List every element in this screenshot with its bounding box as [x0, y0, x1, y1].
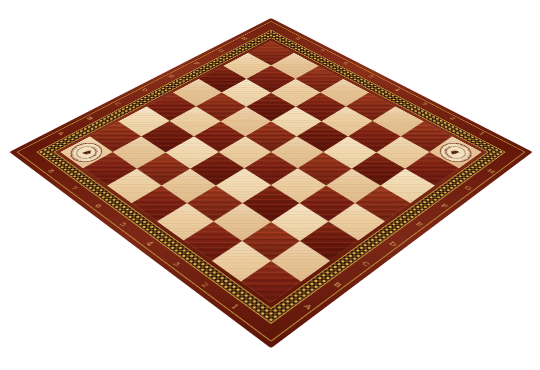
coordinate-label: E — [414, 221, 424, 228]
coordinate-label: B — [332, 281, 343, 289]
coordinate-label: 1 — [229, 303, 240, 311]
knight-icon: ♞ — [80, 149, 94, 155]
coordinate-label: C — [360, 260, 371, 268]
coordinate-label: D — [140, 87, 150, 92]
coordinate-label: 8 — [294, 36, 302, 40]
coordinate-label: 5 — [118, 221, 128, 228]
chess-board: 12345678 12345678 ABCDEFGH ABCDEFGH THE … — [9, 18, 532, 348]
coordinate-label: F — [439, 203, 449, 210]
coordinate-label: 6 — [342, 61, 350, 66]
staunton-logo: THE HOUSE OF STAUNTON ♞ — [67, 142, 106, 163]
coordinate-label: 6 — [93, 203, 103, 209]
coordinate-label: 8 — [46, 168, 56, 174]
playing-field: THE HOUSE OF STAUNTON ♞ THE HOUSE OF — [60, 41, 481, 304]
coordinate-label: D — [387, 240, 398, 248]
coordinate-label: H — [240, 36, 249, 41]
coordinate-label: 2 — [199, 281, 210, 289]
coordinate-label: F — [192, 61, 201, 66]
staunton-logo: THE HOUSE OF STAUNTON ♞ — [437, 142, 476, 163]
coordinate-label: B — [85, 116, 95, 122]
coordinate-label: E — [166, 74, 175, 79]
coordinate-label: 4 — [393, 88, 401, 93]
coordinate-label: G — [216, 48, 225, 53]
coordinate-label: G — [463, 185, 473, 192]
coordinate-label: 3 — [420, 102, 429, 107]
coordinate-label: A — [302, 303, 313, 311]
coordinate-label: H — [486, 168, 497, 175]
coordinate-label: 2 — [448, 116, 457, 121]
coordinate-label: 4 — [144, 240, 154, 247]
scene: 12345678 12345678 ABCDEFGH ABCDEFGH THE … — [0, 0, 540, 370]
coordinate-label: 7 — [317, 49, 325, 53]
coordinate-label: A — [56, 131, 66, 137]
coordinate-label: 1 — [477, 131, 486, 136]
coordinate-label: 5 — [367, 74, 375, 79]
coordinate-label: 7 — [69, 185, 79, 191]
coordinate-label: C — [113, 101, 123, 106]
knight-icon: ♞ — [448, 149, 462, 155]
coordinate-label: 3 — [171, 260, 182, 267]
